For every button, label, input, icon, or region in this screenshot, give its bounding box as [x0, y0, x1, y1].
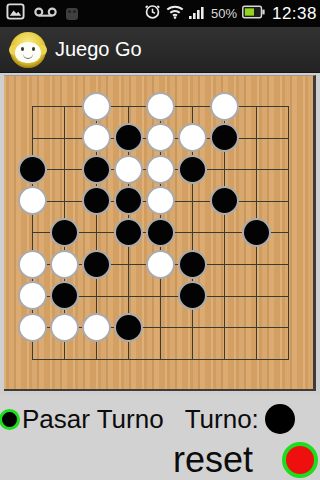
voicemail-icon	[34, 5, 57, 23]
stone-white	[18, 313, 47, 342]
stone-black	[114, 123, 143, 152]
stone-black	[18, 155, 47, 184]
stone-white	[82, 92, 111, 121]
turn-label: Turno:	[185, 404, 259, 435]
stone-black	[82, 155, 111, 184]
pass-turn-button[interactable]: Pasar Turno	[22, 404, 164, 435]
stone-white	[82, 313, 111, 342]
reset-indicator-stone[interactable]	[282, 442, 318, 478]
stone-white	[18, 281, 47, 310]
stone-black	[178, 155, 207, 184]
stone-white	[18, 186, 47, 215]
stone-black	[242, 218, 271, 247]
wifi-icon	[166, 5, 184, 23]
stone-black	[114, 313, 143, 342]
battery-icon	[242, 5, 265, 23]
stone-black	[114, 186, 143, 215]
status-bar: 50% 12:38	[0, 0, 320, 27]
stone-black	[114, 218, 143, 247]
stone-white	[114, 155, 143, 184]
title-bar: Juego Go	[0, 27, 320, 73]
bottom-panel: Pasar Turno Turno: reset	[0, 395, 320, 480]
stone-black	[178, 281, 207, 310]
stone-black	[210, 123, 239, 152]
stone-white	[18, 250, 47, 279]
stone-black	[210, 186, 239, 215]
stone-white	[146, 155, 175, 184]
turn-stone-black	[265, 404, 295, 434]
stone-white	[146, 250, 175, 279]
stone-white	[146, 123, 175, 152]
grid-line-vertical	[288, 106, 289, 360]
stone-white	[146, 92, 175, 121]
alarm-icon	[144, 3, 161, 24]
stone-black	[82, 186, 111, 215]
stone-white	[50, 250, 79, 279]
monkey-icon	[10, 32, 46, 68]
signal-icon	[189, 5, 206, 23]
battery-percent: 50%	[211, 6, 237, 21]
stone-white	[50, 313, 79, 342]
app-screen: 50% 12:38 Juego Go Pasar Turno Turno:	[0, 0, 320, 480]
stone-black	[146, 218, 175, 247]
board-area	[0, 74, 320, 395]
reset-button[interactable]: reset	[173, 442, 253, 478]
stone-white	[210, 92, 239, 121]
page-title: Juego Go	[55, 38, 142, 61]
stone-black	[50, 218, 79, 247]
stone-black	[50, 281, 79, 310]
stone-black	[82, 250, 111, 279]
clock-time: 12:38	[270, 4, 317, 24]
stone-white	[82, 123, 111, 152]
stone-white	[146, 186, 175, 215]
usb-debug-icon	[66, 8, 78, 20]
pass-turn-indicator-stone[interactable]	[0, 409, 20, 430]
grid-line-horizontal	[32, 359, 289, 360]
stone-black	[178, 250, 207, 279]
gallery-icon	[6, 2, 25, 25]
go-board[interactable]	[4, 75, 316, 391]
stone-white	[178, 123, 207, 152]
